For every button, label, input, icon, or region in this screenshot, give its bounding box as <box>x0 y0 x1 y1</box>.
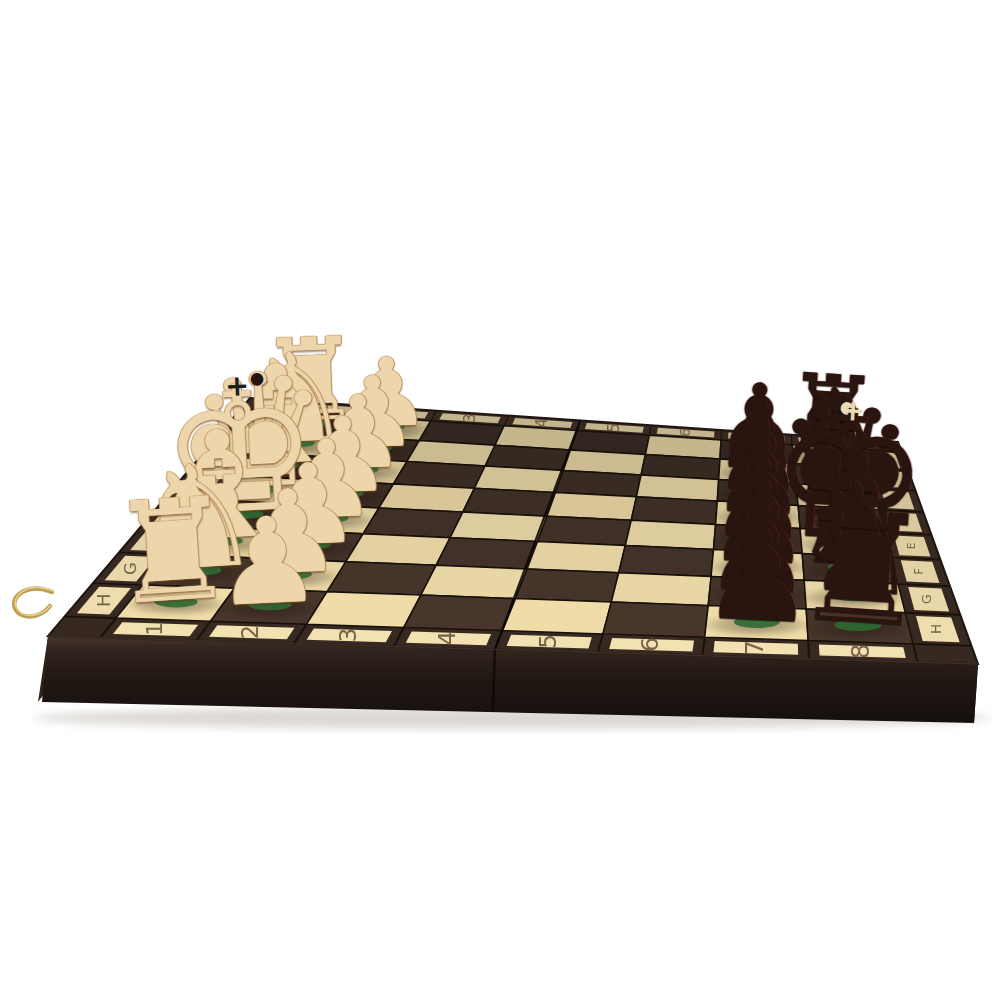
white-king-finial: + <box>224 371 250 401</box>
piece-white-pawn-h2: ♟ <box>212 500 324 624</box>
pieces-layer: ♜♟♞♟♟♜♝♟♟♞♛●♟♟♝♟♚+♟♛●♟♝♚+♟♟♝♞♟♟♞♜♟♟♜ <box>0 0 1000 1000</box>
chess-set-photo: 11AA22BB33CC44DD55EE66FF77GG88HH ♜♟♞♟♟♜♝… <box>0 0 1000 1000</box>
piece-black-rook-h8: ♜ <box>788 489 935 651</box>
